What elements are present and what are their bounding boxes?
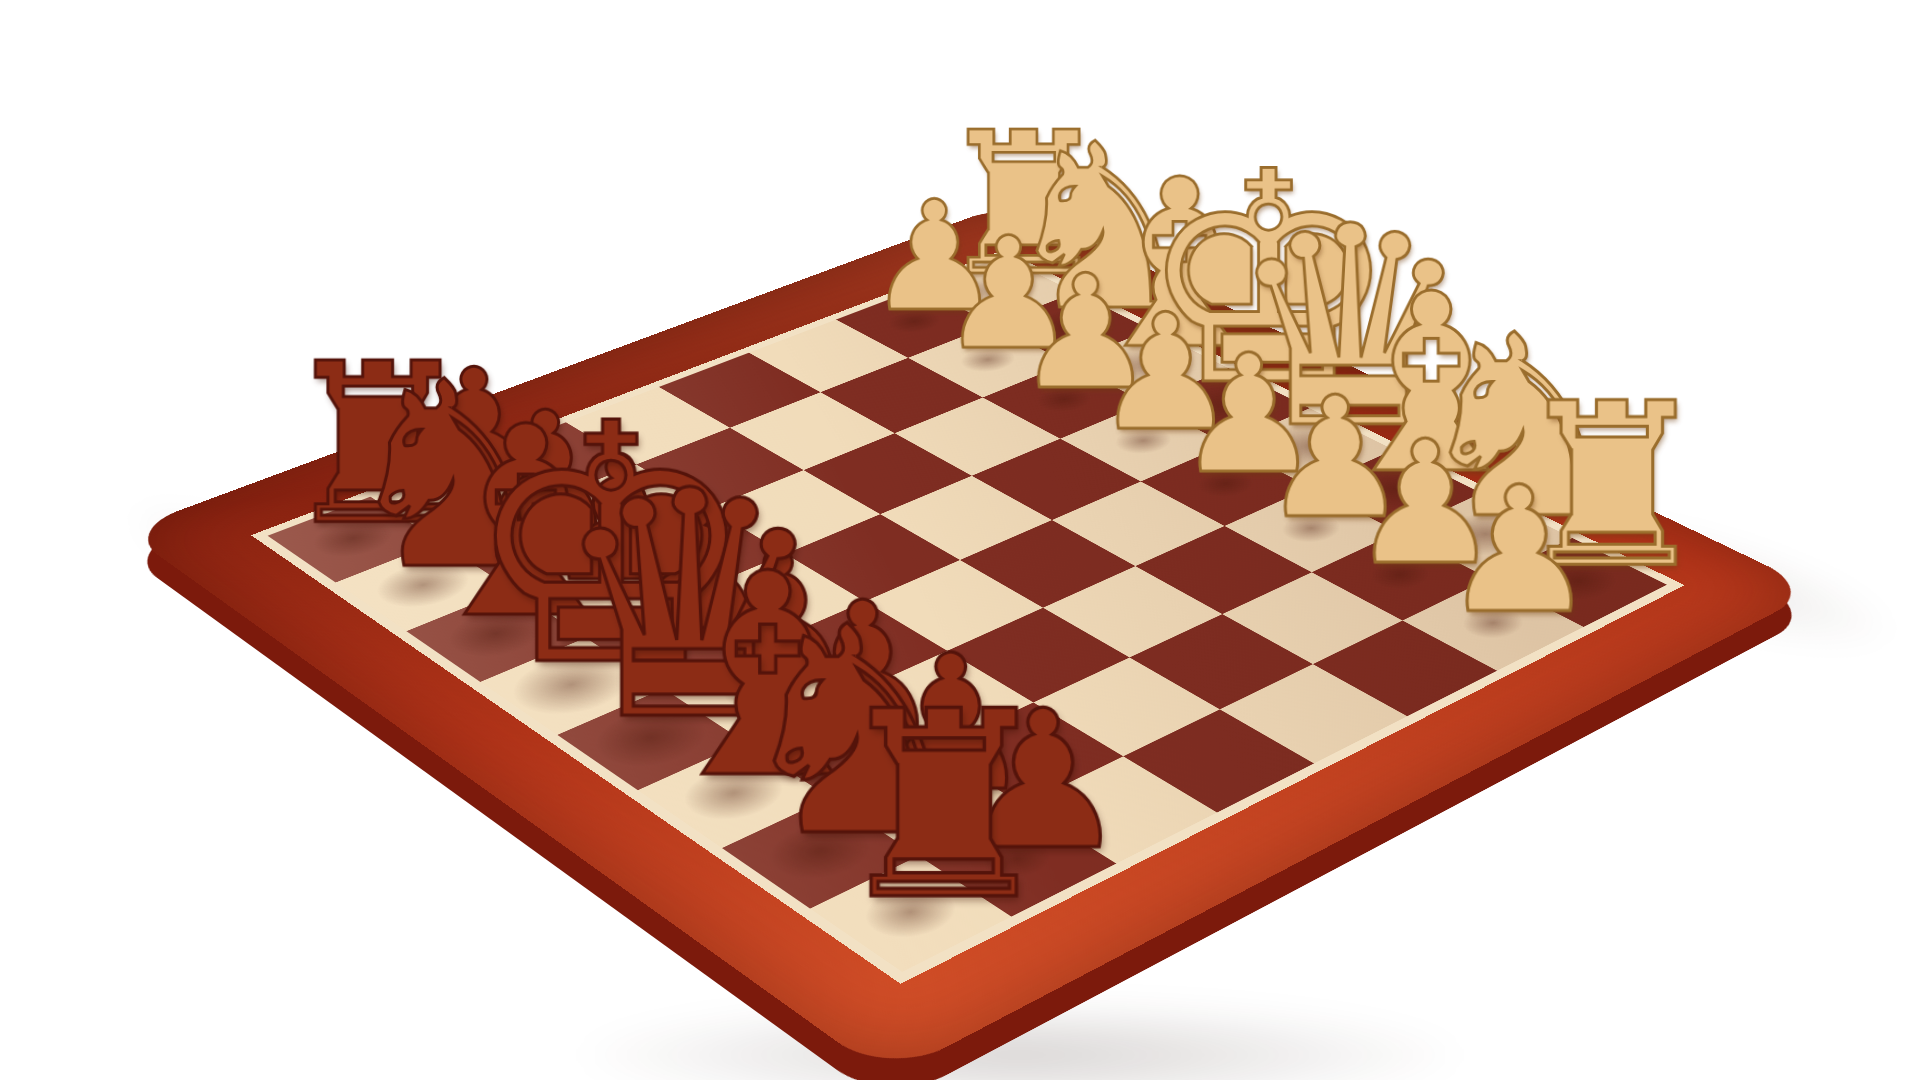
pieces-layer: ♜♟♞♟♝♟♚♟♛♟♝♟♟♞♜♟♟♜♞♟♟♝♟♚♟♛♟♝♟♞♟♜ (268, 256, 1668, 972)
playing-area: ♜♟♞♟♝♟♚♟♛♟♝♟♟♞♜♟♟♜♞♟♟♝♟♚♟♛♟♝♟♞♟♜ (251, 250, 1685, 984)
photo-stage: ♜♟♞♟♝♟♚♟♛♟♝♟♟♞♜♟♟♜♞♟♟♝♟♚♟♛♟♝♟♞♟♜ (0, 0, 1920, 1080)
white-pawn-glyph: ♟ (1441, 464, 1597, 638)
chess-board: ♜♟♞♟♝♟♚♟♛♟♝♟♟♞♜♟♟♜♞♟♟♝♟♚♟♛♟♝♟♞♟♜ (124, 203, 1817, 1078)
scene: ♜♟♞♟♝♟♚♟♛♟♝♟♟♞♜♟♟♜♞♟♟♝♟♚♟♛♟♝♟♞♟♜ (0, 0, 1920, 1080)
black-rook-glyph: ♜ (828, 677, 1059, 935)
